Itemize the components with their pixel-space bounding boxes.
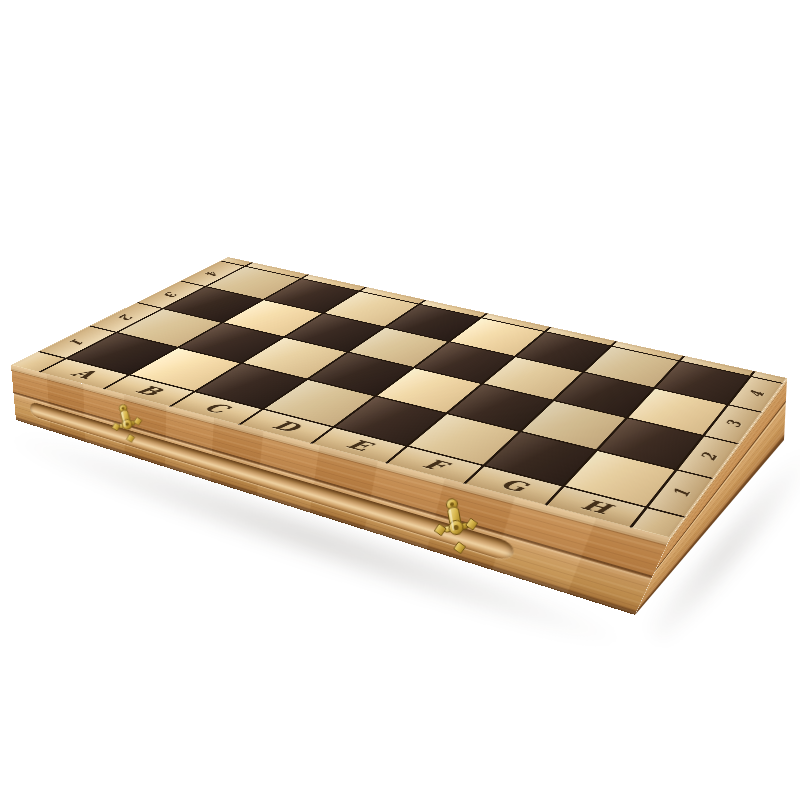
rank-label-right: 3	[723, 419, 745, 428]
file-label: C	[200, 401, 233, 415]
file-label: B	[132, 384, 166, 398]
file-label: G	[497, 477, 531, 495]
rank-label-right: 4	[746, 390, 767, 398]
rank-label-right: 2	[697, 452, 720, 462]
rank-label-left: 2	[116, 313, 137, 320]
rank-label-left: 4	[203, 270, 222, 276]
file-label: A	[68, 367, 100, 380]
rank-label-left: 1	[66, 338, 88, 346]
file-label: E	[343, 437, 375, 453]
scene: 44332211ABCDEFGH	[0, 0, 800, 800]
rank-label-left: 3	[161, 291, 181, 298]
rank-label-right: 1	[669, 487, 693, 498]
file-label: D	[269, 419, 303, 434]
file-label: H	[578, 497, 614, 516]
file-label: F	[419, 457, 449, 473]
